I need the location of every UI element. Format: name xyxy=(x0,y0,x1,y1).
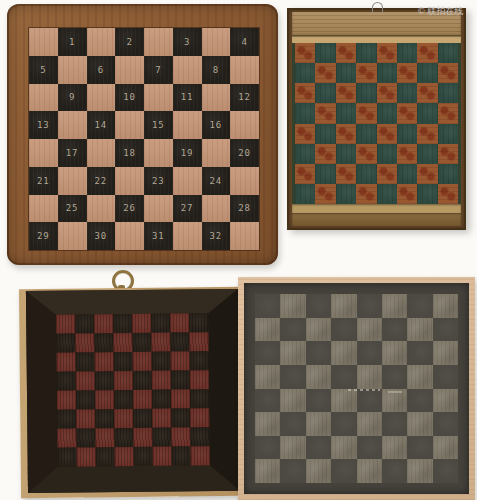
square: 6 xyxy=(87,56,116,84)
square-number: 17 xyxy=(66,148,79,158)
square xyxy=(95,428,114,447)
square: 32 xyxy=(202,222,231,250)
square xyxy=(331,365,356,389)
square-number: 9 xyxy=(69,92,75,102)
square xyxy=(113,333,132,352)
square xyxy=(202,84,231,112)
square xyxy=(58,56,87,84)
square xyxy=(397,124,417,144)
square-number: 10 xyxy=(123,92,136,102)
square xyxy=(113,314,132,333)
square: 21 xyxy=(29,167,58,195)
square-number: 21 xyxy=(37,176,50,186)
square-number: 28 xyxy=(238,203,251,213)
square xyxy=(356,63,376,83)
square xyxy=(433,341,458,365)
square: 2 xyxy=(115,28,144,56)
square xyxy=(133,409,152,428)
square xyxy=(295,103,315,123)
square xyxy=(115,447,134,466)
square xyxy=(377,184,397,204)
square xyxy=(407,436,432,460)
square xyxy=(417,63,437,83)
square xyxy=(190,370,209,389)
square xyxy=(190,389,209,408)
square xyxy=(306,294,331,318)
square xyxy=(94,333,113,352)
square xyxy=(331,318,356,342)
square xyxy=(96,447,115,466)
square xyxy=(331,294,356,318)
square xyxy=(133,352,152,371)
square-number: 16 xyxy=(209,120,222,130)
square-number: 12 xyxy=(238,92,251,102)
square xyxy=(356,83,376,103)
square xyxy=(357,389,382,413)
square xyxy=(171,427,190,446)
square: 15 xyxy=(144,111,173,139)
square xyxy=(170,332,189,351)
square xyxy=(152,352,171,371)
square xyxy=(171,351,190,370)
square xyxy=(133,371,152,390)
square xyxy=(75,333,94,352)
square xyxy=(315,63,335,83)
square xyxy=(280,436,305,460)
square xyxy=(295,164,315,184)
top-divider-strip xyxy=(292,36,461,43)
square xyxy=(190,408,209,427)
square xyxy=(57,410,76,429)
square xyxy=(114,390,133,409)
square xyxy=(87,195,116,223)
square xyxy=(417,144,437,164)
square xyxy=(331,436,356,460)
square xyxy=(95,409,114,428)
square xyxy=(377,103,397,123)
square xyxy=(433,318,458,342)
square xyxy=(295,83,315,103)
square xyxy=(336,184,356,204)
square: 28 xyxy=(230,195,259,223)
square xyxy=(58,448,77,467)
square xyxy=(377,124,397,144)
square xyxy=(331,459,356,483)
square xyxy=(114,409,133,428)
square: 8 xyxy=(202,56,231,84)
square-number: 7 xyxy=(155,65,161,75)
square xyxy=(438,124,458,144)
square xyxy=(171,370,190,389)
square xyxy=(397,144,417,164)
square xyxy=(357,412,382,436)
square xyxy=(173,167,202,195)
square xyxy=(151,314,170,333)
square xyxy=(255,294,280,318)
square xyxy=(171,389,190,408)
board-2-field xyxy=(292,43,461,204)
square xyxy=(336,164,356,184)
square xyxy=(382,341,407,365)
square xyxy=(417,83,437,103)
square: 19 xyxy=(173,139,202,167)
square xyxy=(417,103,437,123)
square xyxy=(306,389,331,413)
square xyxy=(133,390,152,409)
square xyxy=(417,164,437,184)
square xyxy=(95,352,114,371)
square xyxy=(336,144,356,164)
square xyxy=(57,391,76,410)
square: 10 xyxy=(115,84,144,112)
square xyxy=(76,390,95,409)
square xyxy=(230,222,259,250)
square xyxy=(77,447,96,466)
square-number: 25 xyxy=(66,203,79,213)
square xyxy=(29,195,58,223)
square xyxy=(94,314,113,333)
square xyxy=(152,409,171,428)
square xyxy=(417,184,437,204)
square xyxy=(280,294,305,318)
square xyxy=(382,459,407,483)
square xyxy=(58,222,87,250)
square xyxy=(76,352,95,371)
square xyxy=(315,103,335,123)
square xyxy=(407,294,432,318)
square xyxy=(95,371,114,390)
square xyxy=(114,428,133,447)
square xyxy=(95,390,114,409)
square xyxy=(438,63,458,83)
square: 4 xyxy=(230,28,259,56)
square xyxy=(433,294,458,318)
square xyxy=(230,167,259,195)
square xyxy=(152,371,171,390)
square xyxy=(144,195,173,223)
square xyxy=(306,341,331,365)
square xyxy=(382,365,407,389)
square xyxy=(255,389,280,413)
square: 9 xyxy=(58,84,87,112)
square xyxy=(189,332,208,351)
square xyxy=(29,139,58,167)
square xyxy=(377,83,397,103)
square xyxy=(295,43,315,63)
square: 1 xyxy=(58,28,87,56)
square xyxy=(151,333,170,352)
square xyxy=(280,365,305,389)
square-number: 14 xyxy=(94,120,107,130)
board-1-grid: 1234567891011121314151617181920212223242… xyxy=(29,28,259,250)
square xyxy=(295,124,315,144)
square xyxy=(173,222,202,250)
square xyxy=(397,83,417,103)
square-number: 2 xyxy=(126,37,132,47)
square xyxy=(356,144,376,164)
square xyxy=(230,111,259,139)
square: 5 xyxy=(29,56,58,84)
board-green-red-checkerboard xyxy=(287,8,466,230)
square xyxy=(356,43,376,63)
square xyxy=(58,111,87,139)
square xyxy=(114,352,133,371)
square xyxy=(153,447,172,466)
board-gray-slate-checkerboard xyxy=(238,277,475,500)
square-number: 6 xyxy=(98,65,104,75)
bottom-rail xyxy=(292,213,461,226)
square xyxy=(115,111,144,139)
square xyxy=(315,164,335,184)
square xyxy=(382,318,407,342)
square xyxy=(295,184,315,204)
square-number: 18 xyxy=(123,148,136,158)
square xyxy=(255,341,280,365)
square xyxy=(56,315,75,334)
square xyxy=(336,63,356,83)
auction-photo-four-checkerboards: 1234567891011121314151617181920212223242… xyxy=(0,0,477,500)
square xyxy=(170,313,189,332)
square xyxy=(57,372,76,391)
square xyxy=(306,436,331,460)
square xyxy=(438,103,458,123)
square xyxy=(438,43,458,63)
square xyxy=(152,428,171,447)
square xyxy=(87,28,116,56)
square xyxy=(407,318,432,342)
square xyxy=(377,164,397,184)
square-number: 22 xyxy=(94,176,107,186)
square xyxy=(191,446,210,465)
square xyxy=(433,436,458,460)
square-number: 32 xyxy=(209,231,222,241)
square xyxy=(397,164,417,184)
square xyxy=(397,43,417,63)
square xyxy=(407,341,432,365)
square xyxy=(115,167,144,195)
photo-watermark: © 联拍在线 xyxy=(418,5,463,18)
square xyxy=(377,144,397,164)
square xyxy=(357,459,382,483)
square xyxy=(115,222,144,250)
square xyxy=(144,139,173,167)
square xyxy=(280,459,305,483)
square xyxy=(433,412,458,436)
square xyxy=(132,333,151,352)
square xyxy=(336,124,356,144)
square xyxy=(315,83,335,103)
square xyxy=(397,184,417,204)
square-number: 20 xyxy=(238,148,251,158)
square xyxy=(280,412,305,436)
square xyxy=(438,164,458,184)
bevelled-frame xyxy=(26,289,240,493)
square xyxy=(407,412,432,436)
square-number: 26 xyxy=(123,203,136,213)
dark-border-band xyxy=(244,283,469,494)
square xyxy=(134,447,153,466)
square xyxy=(433,365,458,389)
square xyxy=(171,408,190,427)
square xyxy=(315,144,335,164)
square xyxy=(315,184,335,204)
board-2-grid xyxy=(295,43,458,204)
square-number: 29 xyxy=(37,231,50,241)
square xyxy=(357,341,382,365)
square xyxy=(331,389,356,413)
square xyxy=(58,167,87,195)
square xyxy=(315,124,335,144)
square xyxy=(29,28,58,56)
square xyxy=(57,353,76,372)
square xyxy=(295,63,315,83)
square xyxy=(356,124,376,144)
square xyxy=(255,318,280,342)
square xyxy=(173,56,202,84)
square xyxy=(172,446,191,465)
square: 27 xyxy=(173,195,202,223)
square xyxy=(87,139,116,167)
square: 26 xyxy=(115,195,144,223)
square xyxy=(357,294,382,318)
square xyxy=(336,83,356,103)
square-number: 30 xyxy=(94,231,107,241)
square xyxy=(382,294,407,318)
square xyxy=(417,124,437,144)
square xyxy=(407,459,432,483)
square xyxy=(295,144,315,164)
square: 29 xyxy=(29,222,58,250)
square xyxy=(407,365,432,389)
square xyxy=(255,459,280,483)
square xyxy=(152,390,171,409)
square xyxy=(76,371,95,390)
square xyxy=(56,334,75,353)
square: 13 xyxy=(29,111,58,139)
square: 12 xyxy=(230,84,259,112)
square xyxy=(407,389,432,413)
square xyxy=(255,365,280,389)
square xyxy=(382,436,407,460)
square: 23 xyxy=(144,167,173,195)
square xyxy=(132,314,151,333)
square xyxy=(336,43,356,63)
square xyxy=(202,195,231,223)
square xyxy=(57,429,76,448)
square-number: 4 xyxy=(241,37,247,47)
square xyxy=(144,28,173,56)
square xyxy=(202,28,231,56)
square xyxy=(306,318,331,342)
square xyxy=(357,318,382,342)
square xyxy=(377,63,397,83)
square: 11 xyxy=(173,84,202,112)
square xyxy=(356,164,376,184)
square-number: 11 xyxy=(181,92,194,102)
board-3-grid xyxy=(56,313,210,467)
square-number: 19 xyxy=(181,148,194,158)
square-number: 8 xyxy=(213,65,219,75)
chalk-scratch-mark xyxy=(348,389,380,391)
square xyxy=(76,428,95,447)
square xyxy=(280,318,305,342)
square xyxy=(190,427,209,446)
square xyxy=(357,365,382,389)
square xyxy=(331,412,356,436)
square xyxy=(382,412,407,436)
bottom-divider-strip xyxy=(292,204,461,213)
square: 17 xyxy=(58,139,87,167)
square xyxy=(357,436,382,460)
square xyxy=(306,412,331,436)
square xyxy=(356,184,376,204)
square xyxy=(306,459,331,483)
square-number: 1 xyxy=(69,37,75,47)
square: 22 xyxy=(87,167,116,195)
square-number: 23 xyxy=(152,176,165,186)
square xyxy=(230,56,259,84)
square xyxy=(280,341,305,365)
square xyxy=(306,365,331,389)
square: 25 xyxy=(58,195,87,223)
square: 24 xyxy=(202,167,231,195)
square xyxy=(397,103,417,123)
square xyxy=(75,314,94,333)
square-number: 27 xyxy=(181,203,194,213)
square xyxy=(438,184,458,204)
square xyxy=(438,83,458,103)
square-number: 31 xyxy=(152,231,165,241)
square-number: 5 xyxy=(40,65,46,75)
square-number: 13 xyxy=(37,120,50,130)
square xyxy=(377,43,397,63)
board-numbered-checkerboard: 1234567891011121314151617181920212223242… xyxy=(7,4,278,265)
hanging-hook-icon xyxy=(372,2,383,13)
square xyxy=(397,63,417,83)
square-number: 15 xyxy=(152,120,165,130)
square: 20 xyxy=(230,139,259,167)
square xyxy=(336,103,356,123)
square: 16 xyxy=(202,111,231,139)
square-number: 3 xyxy=(184,37,190,47)
square xyxy=(87,84,116,112)
square: 7 xyxy=(144,56,173,84)
square xyxy=(255,412,280,436)
square xyxy=(144,84,173,112)
square xyxy=(29,84,58,112)
square xyxy=(438,144,458,164)
square xyxy=(190,351,209,370)
square xyxy=(433,389,458,413)
board-red-black-checkerboard xyxy=(19,287,244,498)
square: 30 xyxy=(87,222,116,250)
square xyxy=(115,56,144,84)
square xyxy=(280,389,305,413)
square xyxy=(255,436,280,460)
square xyxy=(331,341,356,365)
square xyxy=(433,459,458,483)
square xyxy=(315,43,335,63)
square xyxy=(173,111,202,139)
square xyxy=(189,313,208,332)
square: 14 xyxy=(87,111,116,139)
square xyxy=(76,409,95,428)
square xyxy=(356,103,376,123)
square xyxy=(417,43,437,63)
square: 3 xyxy=(173,28,202,56)
square: 31 xyxy=(144,222,173,250)
square: 18 xyxy=(115,139,144,167)
